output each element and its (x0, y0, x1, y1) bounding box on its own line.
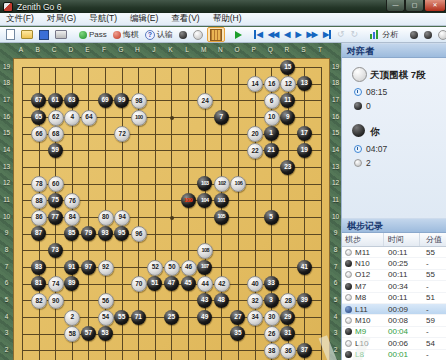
client-area: 1514161213676163699998246116562464100710… (0, 43, 446, 360)
stone-G17[interactable]: 99 (114, 93, 129, 108)
stone-number: 24 (202, 98, 209, 105)
stone-number: 82 (35, 298, 42, 305)
grid-line (188, 67, 189, 360)
move-coord: N10 (355, 259, 370, 268)
black-stone-icon (345, 306, 352, 313)
column-label: K (166, 46, 174, 53)
stone-L11[interactable]: 109 (181, 193, 196, 208)
column-label: O (233, 46, 241, 53)
stone-number: 53 (101, 330, 108, 337)
move-row-L10[interactable]: L1000:0654 (342, 338, 446, 349)
stone-C5[interactable]: 90 (48, 293, 64, 309)
stone-Q16[interactable]: 10 (264, 110, 280, 126)
stone-number: 78 (35, 181, 42, 188)
stone-number: 70 (135, 281, 142, 288)
undo-move-button[interactable]: 悔棋 (111, 28, 141, 41)
stone-R18[interactable]: 12 (280, 76, 296, 92)
stone-B12[interactable]: 78 (31, 176, 47, 192)
stone-E7[interactable]: 97 (81, 260, 96, 275)
grid-line (155, 67, 156, 360)
stone-M5[interactable]: 43 (197, 293, 212, 308)
stone-B7[interactable]: 83 (31, 260, 46, 275)
stone-number: 99 (118, 97, 125, 104)
move-row-M10[interactable]: M1000:0859 (342, 315, 446, 326)
analyze-button[interactable]: 分析 (368, 28, 400, 41)
stone-G9[interactable]: 95 (114, 226, 129, 241)
stone-S5[interactable]: 39 (297, 293, 312, 308)
board-icon (210, 29, 222, 41)
star-point (170, 216, 174, 220)
move-time: 00:09 (384, 305, 420, 314)
nav-back-icon: ◀ (284, 30, 289, 39)
move-coord: L10 (355, 339, 368, 348)
stone-R13[interactable]: 23 (280, 160, 295, 175)
go-board[interactable]: 1514161213676163699998246116562464100710… (13, 58, 330, 360)
grid-line (22, 67, 23, 360)
stone-number: 63 (68, 97, 75, 104)
print-icon (55, 30, 67, 39)
row-label-left: 13 (1, 163, 12, 170)
move-row-L11[interactable]: L1100:09- (342, 304, 446, 315)
column-label: R (283, 46, 291, 53)
stone-number: 102 (218, 181, 226, 187)
stone-M17[interactable]: 24 (197, 93, 213, 109)
stone-number: 60 (52, 181, 59, 188)
stone-number: 66 (35, 131, 42, 138)
row-label-left: 12 (1, 179, 12, 186)
stone-K7[interactable]: 50 (164, 260, 180, 276)
row-label-right: 9 (330, 229, 341, 236)
stone-number: 32 (251, 298, 258, 305)
black-stone-icon (345, 260, 352, 267)
stone-B9[interactable]: 87 (31, 226, 46, 241)
row-label-right: 13 (330, 163, 341, 170)
resign-button[interactable]: ?认输 (143, 28, 175, 41)
stone-F4[interactable]: 54 (98, 310, 114, 326)
stone-number: 59 (52, 147, 59, 154)
stone-number: 27 (234, 314, 241, 321)
stone-H9[interactable]: 96 (131, 226, 147, 242)
stone-Q17[interactable]: 6 (264, 93, 280, 109)
move-score: - (420, 259, 446, 268)
stone-S7[interactable]: 41 (297, 260, 312, 275)
stone-number: 69 (101, 97, 108, 104)
stone-F9[interactable]: 93 (98, 226, 113, 241)
stone-C12[interactable]: 60 (48, 176, 64, 192)
stone-H6[interactable]: 70 (131, 276, 147, 292)
stone-number: 94 (119, 214, 126, 221)
column-label: T (316, 46, 324, 53)
save-button[interactable] (37, 28, 51, 41)
row-label-left: 14 (1, 146, 12, 153)
stone-Q3[interactable]: 26 (264, 326, 280, 342)
grid-line (22, 67, 322, 68)
stone-Q10[interactable]: 5 (264, 210, 279, 225)
row-label-right: 4 (330, 313, 341, 320)
open-icon (21, 30, 33, 39)
stone-F7[interactable]: 92 (98, 260, 114, 276)
stone-R2[interactable]: 36 (280, 343, 296, 359)
print-button[interactable] (53, 28, 69, 41)
col-time: 时间 (384, 233, 420, 246)
move-row-M8[interactable]: M800:1151 (342, 293, 446, 304)
stone-P6[interactable]: 40 (247, 276, 263, 292)
stone-C14[interactable]: 59 (48, 143, 63, 158)
black-stone-icon (345, 351, 352, 358)
stone-number: 10 (268, 114, 275, 121)
stone-G4[interactable]: 55 (114, 310, 129, 325)
move-row-M9[interactable]: M900:04- (342, 327, 446, 338)
stone-N11[interactable]: 101 (214, 193, 229, 208)
row-label-right: 14 (330, 146, 341, 153)
stone-number: 55 (118, 314, 125, 321)
stone-number: 75 (52, 197, 59, 204)
stone-D4[interactable]: 2 (64, 310, 80, 326)
captured-black-stone-icon (354, 102, 362, 110)
stone-number: 45 (184, 280, 191, 287)
stone-number: 105 (217, 214, 225, 220)
move-score: 55 (420, 248, 446, 257)
title-bar[interactable]: Zenith Go 6 — ▢ ✕ (0, 0, 446, 13)
stone-M12[interactable]: 103 (197, 176, 212, 191)
stone-R17[interactable]: 11 (280, 93, 295, 108)
move-row-L8[interactable]: L800:01- (342, 350, 446, 360)
stone-M7[interactable]: 107 (197, 260, 212, 275)
move-list[interactable]: 棋步 时间 分值 M1100:1155N1000:25-O1200:1155M7… (342, 233, 446, 360)
stone-D7[interactable]: 91 (64, 260, 79, 275)
stone-number: 19 (301, 147, 308, 154)
players-panel-header: 对弈者 (342, 44, 446, 58)
column-label: M (200, 46, 208, 53)
move-coord: L8 (355, 350, 364, 359)
stone-Q14[interactable]: 21 (264, 143, 279, 158)
new-button[interactable] (4, 28, 17, 41)
menu-item-4[interactable]: 查看(V) (171, 13, 199, 25)
nav-last-button[interactable]: ▶ (321, 28, 333, 41)
stone-number: 2 (71, 314, 75, 321)
stone-N12[interactable]: 102 (214, 176, 230, 192)
stone-F3[interactable]: 53 (98, 326, 113, 341)
menu-item-0[interactable]: 文件(F) (6, 13, 34, 25)
menu-item-1[interactable]: 对局(G) (47, 13, 76, 25)
move-time: 00:11 (384, 248, 420, 257)
stone-F5[interactable]: 56 (98, 293, 114, 309)
captured-white-stone-icon (354, 159, 362, 167)
stone-dark-icon (179, 31, 187, 39)
stone-K4[interactable]: 25 (164, 310, 179, 325)
resign-icon: ? (145, 30, 155, 40)
move-score: - (420, 327, 446, 336)
move-time: 00:34 (384, 282, 420, 291)
stone-M4[interactable]: 49 (197, 310, 212, 325)
nav-forward-fast-button[interactable]: ▶▶ (305, 28, 319, 41)
stone-number: 38 (268, 348, 275, 355)
stone-H16[interactable]: 100 (131, 110, 147, 126)
stone-number: 61 (52, 97, 59, 104)
menu-item-2[interactable]: 导航(T) (89, 13, 117, 25)
stone-number: 108 (201, 248, 209, 254)
stone-C6[interactable]: 74 (48, 276, 64, 292)
stone-number: 87 (35, 230, 42, 237)
stone-D9[interactable]: 85 (64, 226, 79, 241)
stone-H4[interactable]: 71 (131, 310, 146, 325)
white-stone-icon (345, 294, 352, 301)
stone-light-icon (193, 30, 203, 40)
stone-B11[interactable]: 88 (31, 193, 47, 209)
stone-O3[interactable]: 35 (230, 326, 245, 341)
stone-number: 104 (201, 198, 209, 204)
stone-R4[interactable]: 29 (280, 310, 295, 325)
move-row-M11[interactable]: M1100:1155 (342, 247, 446, 258)
mark-dark-button[interactable] (422, 28, 434, 41)
stone-C10[interactable]: 77 (48, 210, 63, 225)
row-label-left: 15 (1, 129, 12, 136)
row-label-left: 2 (1, 346, 12, 353)
row-label-left: 3 (1, 329, 12, 336)
nav-fwd-icon: ▶ (295, 30, 300, 39)
column-label: B (34, 46, 42, 53)
col-move: 棋步 (342, 233, 384, 246)
stone-number: 77 (52, 214, 59, 221)
open-button[interactable] (19, 28, 35, 41)
move-score: 51 (420, 293, 446, 302)
stone-F17[interactable]: 69 (98, 93, 113, 108)
stone-light-icon (438, 30, 446, 40)
stone-P14[interactable]: 22 (247, 143, 263, 159)
minimize-button[interactable]: — (386, 0, 405, 12)
app-icon (3, 2, 13, 12)
stone-number: 72 (119, 131, 126, 138)
stone-Q18[interactable]: 16 (264, 76, 280, 92)
stone-R5[interactable]: 28 (280, 293, 296, 309)
players-panel: 天顶围棋 7段 08:15 0 你 04:07 2 (342, 58, 446, 218)
sidebar: 对弈者 天顶围棋 7段 08:15 0 你 04:07 (341, 43, 446, 360)
white-player-name: 天顶围棋 7段 (370, 69, 425, 82)
stone-H17[interactable]: 98 (131, 93, 147, 109)
stone-M8[interactable]: 108 (197, 243, 213, 259)
row-label-left: 4 (1, 313, 12, 320)
stone-B5[interactable]: 82 (31, 293, 47, 309)
row-label-left: 11 (1, 196, 12, 203)
move-row-N10[interactable]: N1000:25- (342, 258, 446, 269)
stone-N6[interactable]: 42 (214, 276, 230, 292)
stone-S2[interactable]: 37 (297, 343, 312, 358)
row-label-left: 5 (1, 296, 12, 303)
stone-Q2[interactable]: 38 (264, 343, 280, 359)
stone-number: 65 (35, 114, 42, 121)
menu-item-5[interactable]: 帮助(H) (213, 13, 242, 25)
estimate-button[interactable] (177, 28, 189, 41)
stone-C15[interactable]: 68 (48, 126, 64, 142)
close-button[interactable]: ✕ (424, 0, 446, 12)
stone-P18[interactable]: 14 (247, 76, 263, 92)
stone-D17[interactable]: 63 (64, 93, 79, 108)
stone-number: 47 (168, 280, 175, 287)
stone-G15[interactable]: 72 (114, 126, 130, 142)
stone-number: 103 (201, 181, 209, 187)
undo-button[interactable]: ↺ (335, 28, 347, 41)
stone-E9[interactable]: 79 (81, 226, 96, 241)
pass-label: Pass (89, 30, 107, 39)
column-label: A (17, 46, 25, 53)
move-coord: M7 (355, 282, 366, 291)
stone-number: 92 (102, 264, 109, 271)
menu-item-3[interactable]: 编辑(E) (130, 13, 158, 25)
stone-B15[interactable]: 66 (31, 126, 47, 142)
column-label: H (133, 46, 141, 53)
move-time: 00:08 (384, 316, 420, 325)
stone-B16[interactable]: 65 (31, 110, 46, 125)
stone-dark-icon (424, 31, 432, 39)
stone-number: 57 (85, 330, 92, 337)
white-stone-icon (345, 249, 352, 256)
white-stone-icon (345, 271, 352, 278)
stone-D11[interactable]: 76 (64, 193, 80, 209)
column-label: D (67, 46, 75, 53)
stone-number: 97 (85, 264, 92, 271)
stone-N5[interactable]: 48 (214, 293, 229, 308)
stone-number: 50 (168, 264, 175, 271)
white-player-captures: 0 (366, 101, 371, 111)
stone-number: 9 (286, 114, 290, 121)
stone-Q5[interactable]: 3 (264, 293, 279, 308)
pass-button[interactable]: Pass (77, 28, 109, 41)
stone-F10[interactable]: 80 (98, 210, 114, 226)
stone-number: 51 (151, 280, 158, 287)
nav-first-button[interactable]: ◀ (252, 28, 264, 41)
stone-P5[interactable]: 32 (247, 293, 263, 309)
stone-number: 62 (52, 114, 59, 121)
stone-P4[interactable]: 34 (247, 310, 263, 326)
stone-E16[interactable]: 64 (81, 110, 97, 126)
stone-number: 91 (68, 264, 75, 271)
stone-R3[interactable]: 31 (280, 326, 295, 341)
stone-D16[interactable]: 4 (64, 110, 80, 126)
stone-number: 16 (268, 81, 275, 88)
stone-D10[interactable]: 84 (64, 210, 80, 226)
nav-back-button[interactable]: ◀ (282, 28, 291, 41)
stone-S14[interactable]: 19 (297, 143, 312, 158)
stone-C8[interactable]: 73 (48, 243, 63, 258)
stone-L6[interactable]: 45 (181, 276, 196, 291)
column-label: J (150, 46, 158, 53)
move-coord: O12 (355, 270, 370, 279)
stone-number: 40 (251, 281, 258, 288)
hint-button[interactable] (191, 28, 205, 41)
stone-S15[interactable]: 17 (297, 126, 312, 141)
continue-play-button[interactable] (233, 28, 244, 41)
mark-black-button[interactable] (408, 28, 420, 41)
stone-K6[interactable]: 47 (164, 276, 179, 291)
stone-R16[interactable]: 9 (280, 110, 295, 125)
stone-R19[interactable]: 15 (280, 60, 295, 75)
stone-number: 93 (101, 230, 108, 237)
stone-J6[interactable]: 51 (147, 276, 162, 291)
stone-M11[interactable]: 104 (197, 193, 212, 208)
nav-forward-button[interactable]: ▶ (293, 28, 302, 41)
row-label-right: 19 (330, 63, 341, 70)
white-player-time: 08:15 (366, 87, 387, 97)
stone-number: 37 (301, 347, 308, 354)
stone-Q6[interactable]: 33 (264, 276, 279, 291)
black-stone-icon (345, 283, 352, 290)
stone-number: 73 (52, 247, 59, 254)
stone-N16[interactable]: 7 (214, 110, 229, 125)
stone-Q4[interactable]: 30 (264, 310, 280, 326)
row-label-left: 7 (1, 263, 12, 270)
stone-L7[interactable]: 46 (181, 260, 197, 276)
stone-number: 22 (251, 148, 258, 155)
nav-back-fast-button[interactable]: ◀◀ (266, 28, 280, 41)
stone-G10[interactable]: 94 (114, 210, 130, 226)
stone-number: 3 (269, 297, 273, 304)
stone-number: 95 (118, 230, 125, 237)
row-label-left: 18 (1, 79, 12, 86)
row-label-right: 8 (330, 246, 341, 253)
stone-number: 43 (201, 297, 208, 304)
stone-B6[interactable]: 81 (31, 276, 46, 291)
move-time: 00:11 (384, 270, 420, 279)
nav-back2-icon: ◀◀ (268, 30, 278, 39)
row-label-left: 6 (1, 279, 12, 286)
stone-number: 1 (269, 130, 273, 137)
row-label-left: 10 (1, 213, 12, 220)
row-label-left: 8 (1, 246, 12, 253)
move-time: 00:01 (384, 350, 420, 359)
board-mode-button[interactable] (207, 27, 225, 42)
stone-O12[interactable]: 106 (230, 176, 246, 192)
stone-dark-icon (410, 31, 418, 39)
stone-number: 44 (202, 281, 209, 288)
save-icon (39, 30, 49, 40)
stone-E3[interactable]: 57 (81, 326, 96, 341)
stone-Q15[interactable]: 1 (264, 126, 279, 141)
toolbar: Pass悔棋?认输◀◀◀◀▶▶▶▶↺↻分析◆✖ (0, 27, 446, 43)
white-player-time-row: 08:15 (354, 87, 387, 97)
grid-line (304, 67, 305, 360)
stone-C11[interactable]: 75 (48, 193, 63, 208)
move-coord: M10 (355, 316, 371, 325)
stone-D3[interactable]: 58 (64, 326, 80, 342)
stone-number: 41 (301, 264, 308, 271)
stone-J7[interactable]: 52 (147, 260, 163, 276)
stone-N10[interactable]: 105 (214, 210, 229, 225)
stone-number: 67 (35, 97, 42, 104)
stone-number: 96 (135, 231, 142, 238)
mark-white-button[interactable] (436, 28, 446, 41)
move-row-O12[interactable]: O1200:1155 (342, 270, 446, 281)
stone-C17[interactable]: 61 (48, 93, 63, 108)
maximize-button[interactable]: ▢ (405, 0, 424, 12)
stone-number: 107 (201, 264, 209, 270)
stone-P15[interactable]: 20 (247, 126, 263, 142)
redo-button[interactable]: ↻ (349, 28, 361, 41)
stone-number: 34 (251, 314, 258, 321)
row-label-right: 18 (330, 79, 341, 86)
row-label-right: 6 (330, 279, 341, 286)
stone-number: 79 (85, 230, 92, 237)
stone-M6[interactable]: 44 (197, 276, 213, 292)
stone-B17[interactable]: 67 (31, 93, 46, 108)
stone-S18[interactable]: 13 (297, 76, 312, 91)
stone-B10[interactable]: 86 (31, 210, 47, 226)
move-row-M7[interactable]: M700:34- (342, 281, 446, 292)
stone-O4[interactable]: 27 (230, 310, 245, 325)
move-time: 00:06 (384, 339, 420, 348)
stone-C16[interactable]: 62 (48, 110, 64, 126)
row-label-left: 17 (1, 96, 12, 103)
stone-D6[interactable]: 89 (64, 276, 79, 291)
